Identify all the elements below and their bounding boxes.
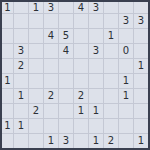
cell-r4c7-clue[interactable]: 3 — [89, 44, 103, 58]
cell-r3c3[interactable] — [29, 29, 43, 43]
cell-r5c8[interactable] — [104, 59, 118, 73]
cell-r1c10[interactable] — [134, 2, 148, 13]
cell-r5c1[interactable] — [2, 59, 13, 73]
cell-r1c4-clue[interactable]: 3 — [44, 2, 58, 13]
cell-r5c3[interactable] — [29, 59, 43, 73]
cell-r6c2[interactable] — [14, 74, 28, 88]
cell-r3c8-clue[interactable]: 1 — [104, 29, 118, 43]
cell-r10c8-clue[interactable]: 2 — [104, 134, 118, 148]
cell-r7c9-clue[interactable]: 1 — [119, 89, 133, 103]
cell-r6c8[interactable] — [104, 74, 118, 88]
cell-r3c4-clue[interactable]: 4 — [44, 29, 58, 43]
cell-r9c3[interactable] — [29, 119, 43, 133]
cell-r8c4[interactable] — [44, 104, 58, 118]
cell-r3c5-clue[interactable]: 5 — [59, 29, 73, 43]
cell-r5c6[interactable] — [74, 59, 88, 73]
cell-r4c5-clue[interactable]: 4 — [59, 44, 73, 58]
cell-r10c6[interactable] — [74, 134, 88, 148]
cell-r8c6-clue[interactable]: 1 — [74, 104, 88, 118]
cell-r7c3[interactable] — [29, 89, 43, 103]
cell-r6c6[interactable] — [74, 74, 88, 88]
cell-r9c9[interactable] — [119, 119, 133, 133]
cell-r9c8[interactable] — [104, 119, 118, 133]
cell-r1c9[interactable] — [119, 2, 133, 13]
cell-r4c2-clue[interactable]: 3 — [14, 44, 28, 58]
cell-r9c10[interactable] — [134, 119, 148, 133]
cell-r10c2[interactable] — [14, 134, 28, 148]
cell-r7c5[interactable] — [59, 89, 73, 103]
cell-r2c7[interactable] — [89, 14, 103, 28]
cell-r9c5[interactable] — [59, 119, 73, 133]
cell-r4c6[interactable] — [74, 44, 88, 58]
cell-r6c3[interactable] — [29, 74, 43, 88]
cell-r10c9[interactable] — [119, 134, 133, 148]
cell-r8c3-clue[interactable]: 2 — [29, 104, 43, 118]
cell-r4c3[interactable] — [29, 44, 43, 58]
cell-r7c7[interactable] — [89, 89, 103, 103]
cell-r1c2[interactable] — [14, 2, 28, 13]
cell-r8c2[interactable] — [14, 104, 28, 118]
cell-r6c5[interactable] — [59, 74, 73, 88]
cell-r7c4-clue[interactable]: 2 — [44, 89, 58, 103]
cell-r10c1[interactable] — [2, 134, 13, 148]
cell-r2c5[interactable] — [59, 14, 73, 28]
cell-r9c7[interactable] — [89, 119, 103, 133]
cell-r5c10-clue[interactable]: 1 — [134, 59, 148, 73]
cell-r4c1[interactable] — [2, 44, 13, 58]
cell-r1c8[interactable] — [104, 2, 118, 13]
cell-r2c6[interactable] — [74, 14, 88, 28]
cell-r2c1[interactable] — [2, 14, 13, 28]
cell-r7c1[interactable] — [2, 89, 13, 103]
cell-r4c4[interactable] — [44, 44, 58, 58]
cell-r9c1-clue[interactable]: 1 — [2, 119, 13, 133]
cell-r1c1-clue[interactable]: 1 — [2, 2, 13, 13]
cell-r6c10[interactable] — [134, 74, 148, 88]
cell-r1c6-clue[interactable]: 4 — [74, 2, 88, 13]
cell-r5c9[interactable] — [119, 59, 133, 73]
puzzle-board: 11343334513430211112212111113121 — [0, 0, 150, 150]
cell-r6c7[interactable] — [89, 74, 103, 88]
cell-r5c2-clue[interactable]: 2 — [14, 59, 28, 73]
cell-r10c10-clue[interactable]: 1 — [134, 134, 148, 148]
cell-r2c3[interactable] — [29, 14, 43, 28]
cell-r3c10[interactable] — [134, 29, 148, 43]
cell-r10c4-clue[interactable]: 1 — [44, 134, 58, 148]
cell-r2c8[interactable] — [104, 14, 118, 28]
cell-r8c7-clue[interactable]: 1 — [89, 104, 103, 118]
cell-r9c2-clue[interactable]: 1 — [14, 119, 28, 133]
cell-r3c1[interactable] — [2, 29, 13, 43]
cell-r9c4[interactable] — [44, 119, 58, 133]
cell-r6c4[interactable] — [44, 74, 58, 88]
cell-r7c8[interactable] — [104, 89, 118, 103]
cell-r10c7-clue[interactable]: 1 — [89, 134, 103, 148]
cell-r7c6-clue[interactable]: 2 — [74, 89, 88, 103]
cell-r10c3[interactable] — [29, 134, 43, 148]
cell-r1c7-clue[interactable]: 3 — [89, 2, 103, 13]
cell-r3c2[interactable] — [14, 29, 28, 43]
cell-r3c9[interactable] — [119, 29, 133, 43]
cell-r2c9-clue[interactable]: 3 — [119, 14, 133, 28]
cell-r2c10-clue[interactable]: 3 — [134, 14, 148, 28]
cell-r1c3-clue[interactable]: 1 — [29, 2, 43, 13]
cell-r10c5-clue[interactable]: 3 — [59, 134, 73, 148]
cell-r6c9-clue[interactable]: 1 — [119, 74, 133, 88]
cell-r3c6[interactable] — [74, 29, 88, 43]
cell-r8c8[interactable] — [104, 104, 118, 118]
cell-r6c1-clue[interactable]: 1 — [2, 74, 13, 88]
cell-r8c9[interactable] — [119, 104, 133, 118]
cell-r5c4[interactable] — [44, 59, 58, 73]
cell-r9c6[interactable] — [74, 119, 88, 133]
cell-r5c5[interactable] — [59, 59, 73, 73]
cell-r5c7[interactable] — [89, 59, 103, 73]
cell-r4c10[interactable] — [134, 44, 148, 58]
cell-r4c9-clue[interactable]: 0 — [119, 44, 133, 58]
cell-r8c10[interactable] — [134, 104, 148, 118]
cell-r2c2[interactable] — [14, 14, 28, 28]
cell-r8c5[interactable] — [59, 104, 73, 118]
cell-r4c8[interactable] — [104, 44, 118, 58]
cell-r8c1[interactable] — [2, 104, 13, 118]
cell-r3c7[interactable] — [89, 29, 103, 43]
cell-r7c2-clue[interactable]: 1 — [14, 89, 28, 103]
cell-r1c5[interactable] — [59, 2, 73, 13]
cell-r7c10[interactable] — [134, 89, 148, 103]
cell-r2c4[interactable] — [44, 14, 58, 28]
